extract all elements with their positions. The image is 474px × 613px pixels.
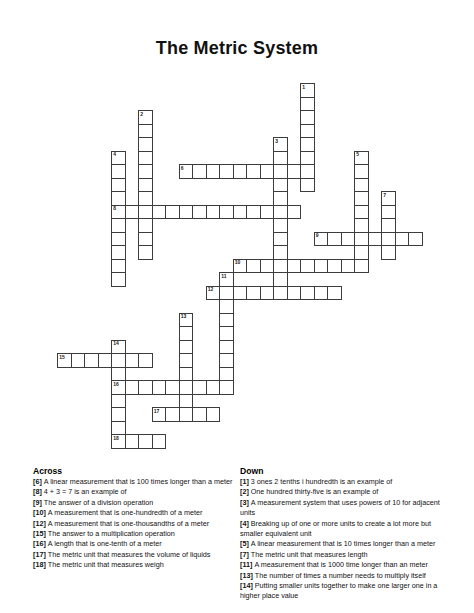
grid-cell[interactable] [219,164,234,179]
clue-item: [15] The answer to a multiplication oper… [33,529,234,539]
down-clues-column: Down [1] 3 ones 2 tenths i hundredth is … [240,466,447,602]
clue-item: [18] The metric unit that measures weigh [33,560,234,570]
clue-number: [15] [33,529,48,538]
grid-cell[interactable] [192,205,207,220]
grid-cell[interactable]: 3 [273,137,288,152]
clue-item: [8] 4 + 3 = 7 is an example of [33,487,234,497]
grid-cell[interactable] [300,137,315,152]
clue-number: [7] [240,550,251,559]
grid-cell[interactable] [287,205,302,220]
grid-cell[interactable]: 14 [111,340,126,355]
clue-number: [8] [33,487,44,496]
grid-cell[interactable] [354,232,369,247]
grid-cell[interactable] [192,380,207,395]
grid-cell[interactable]: 12 [206,286,221,301]
grid-cell[interactable] [98,353,113,368]
grid-cell[interactable] [111,191,126,206]
clue-number: [4] [240,519,251,528]
grid-cell[interactable] [327,232,342,247]
grid-cell[interactable] [84,353,99,368]
grid-cell[interactable]: 4 [111,151,126,166]
grid-cell[interactable] [138,178,153,193]
across-clues-column: Across [6] A linear measurement that is … [33,466,234,571]
grid-cell[interactable] [125,205,140,220]
clue-item: [10] A measurement that is one-hundredth… [33,508,234,518]
grid-cell[interactable] [111,367,126,382]
grid-cell[interactable] [341,259,356,274]
grid-cell[interactable] [219,367,234,382]
grid-cell[interactable] [381,218,396,233]
clue-text: A measurement that is one-hundredth of a… [48,508,203,517]
clue-number: [18] [33,560,48,569]
clue-text: Putting smaller units together to make o… [240,581,437,600]
grid-cell[interactable] [138,353,153,368]
grid-cell[interactable] [381,205,396,220]
grid-cell[interactable] [111,259,126,274]
clue-item: [13] The number of times a number needs … [240,571,447,581]
grid-cell[interactable] [287,164,302,179]
grid-cell[interactable] [138,380,153,395]
clue-number: [13] [240,571,255,580]
down-header: Down [240,466,447,477]
grid-cell[interactable] [219,313,234,328]
grid-cell[interactable] [165,205,180,220]
grid-cell[interactable] [354,191,369,206]
grid-cell[interactable] [179,353,194,368]
grid-cell[interactable] [354,245,369,260]
clue-number: [12] [33,519,48,528]
clue-text: A measurement system that uses powers of… [240,498,440,517]
grid-cell[interactable] [354,218,369,233]
grid-cell[interactable] [273,164,288,179]
grid-cell[interactable] [273,259,288,274]
grid-cell[interactable] [179,394,194,409]
cell-number: 16 [113,382,119,387]
grid-cell[interactable] [300,178,315,193]
grid-cell[interactable]: 16 [111,380,126,395]
cell-number: 1 [302,85,305,90]
clue-item: [6] A linear measurement that is 100 tim… [33,477,234,487]
grid-cell[interactable] [111,421,126,436]
grid-cell[interactable] [111,353,126,368]
clue-number: [14] [240,581,255,590]
grid-cell[interactable] [111,164,126,179]
grid-cell[interactable] [314,286,329,301]
cell-number: 12 [208,287,214,292]
across-clue-list: [6] A linear measurement that is 100 tim… [33,477,234,571]
grid-cell[interactable] [138,205,153,220]
clue-item: [11] A measurement that is 1000 time lon… [240,560,447,570]
clue-number: [10] [33,508,48,517]
clue-number: [16] [33,539,48,548]
clue-item: [9] The answer of a division operation [33,498,234,508]
grid-cell[interactable] [273,245,288,260]
grid-cell[interactable] [300,164,315,179]
grid-cell[interactable] [179,340,194,355]
cell-number: 18 [113,436,119,441]
grid-cell[interactable] [138,151,153,166]
down-clue-list: [1] 3 ones 2 tenths i hundredth is an ex… [240,477,447,602]
clue-text: The number of times a number needs to mu… [255,571,426,580]
cell-number: 5 [356,152,359,157]
grid-cell[interactable] [300,124,315,139]
clue-text: A length that is one-tenth of a meter [48,539,162,548]
cell-number: 3 [275,139,278,144]
clue-item: [2] One hundred thirty-five is an exampl… [240,487,447,497]
grid-cell[interactable] [395,232,410,247]
grid-cell[interactable] [179,367,194,382]
clue-number: [1] [240,477,251,486]
cell-number: 11 [221,274,226,279]
cell-number: 13 [181,314,187,319]
clue-number: [11] [240,560,254,569]
clue-item: [7] The metric unit that measures length [240,550,447,560]
grid-cell[interactable] [111,407,126,422]
grid-cell[interactable] [152,434,167,449]
grid-cell[interactable] [111,178,126,193]
grid-cell[interactable] [138,434,153,449]
grid-cell[interactable]: 13 [179,313,194,328]
grid-cell[interactable] [260,259,275,274]
grid-cell[interactable]: 2 [138,110,153,125]
grid-cell[interactable] [273,218,288,233]
grid-cell[interactable] [179,205,194,220]
grid-cell[interactable] [138,124,153,139]
grid-cell[interactable] [125,353,140,368]
grid-cell[interactable] [368,232,383,247]
cell-number: 15 [59,355,65,360]
grid-cell[interactable] [300,151,315,166]
crossword-grid: 123456789101112131415161718 [57,83,422,448]
grid-cell[interactable] [138,232,153,247]
clue-number: [9] [33,498,44,507]
grid-cell[interactable] [206,205,221,220]
grid-cell[interactable] [300,97,315,112]
grid-cell[interactable] [287,259,302,274]
grid-cell[interactable] [111,232,126,247]
clue-number: [6] [33,477,44,486]
clue-text: A linear measurement that is 100 times l… [44,477,233,486]
grid-cell[interactable] [219,380,234,395]
clue-text: Breaking up of one or more units to crea… [240,519,431,538]
clue-text: The answer to a multiplication operation [48,529,175,538]
grid-cell[interactable]: 7 [381,191,396,206]
grid-cell[interactable]: 6 [179,164,194,179]
grid-cell[interactable] [138,164,153,179]
grid-cell[interactable]: 15 [57,353,72,368]
clue-item: [4] Breaking up of one or more units to … [240,519,447,540]
grid-cell[interactable] [138,218,153,233]
grid-cell[interactable]: 1 [300,83,315,98]
clue-text: The answer of a division operation [44,498,153,507]
cell-number: 4 [113,152,116,157]
grid-cell[interactable] [354,205,369,220]
puzzle-title: The Metric System [0,38,474,59]
grid-cell[interactable] [179,380,194,395]
grid-cell[interactable] [192,164,207,179]
clue-text: A linear measurement that is 10 times lo… [251,539,436,548]
grid-cell[interactable] [246,164,261,179]
grid-cell[interactable] [138,191,153,206]
grid-cell[interactable] [138,137,153,152]
grid-cell[interactable] [408,232,423,247]
clue-text: The metric unit that measures length [251,550,368,559]
clue-number: [17] [33,550,48,559]
grid-cell[interactable] [233,164,248,179]
grid-cell[interactable] [206,407,221,422]
grid-cell[interactable] [260,286,275,301]
grid-cell[interactable] [314,259,329,274]
grid-cell[interactable]: 11 [219,272,234,287]
clue-text: A measurement that is 1000 time longer t… [254,560,427,569]
grid-cell[interactable] [354,164,369,179]
grid-cell[interactable]: 9 [314,232,329,247]
grid-cell[interactable]: 18 [111,434,126,449]
grid-cell[interactable] [71,353,86,368]
cell-number: 10 [235,260,241,265]
clue-number: [5] [240,539,251,548]
grid-cell[interactable] [354,259,369,274]
cell-number: 8 [113,206,116,211]
clue-item: [16] A length that is one-tenth of a met… [33,539,234,549]
grid-cell[interactable] [192,407,207,422]
grid-cell[interactable] [111,245,126,260]
grid-cell[interactable] [138,245,153,260]
clue-item: [1] 3 ones 2 tenths i hundredth is an ex… [240,477,447,487]
grid-cell[interactable] [125,380,140,395]
grid-cell[interactable] [165,407,180,422]
grid-cell[interactable]: 8 [111,205,126,220]
grid-cell[interactable] [111,394,126,409]
grid-cell[interactable] [246,286,261,301]
cell-number: 17 [154,409,160,414]
grid-cell[interactable] [152,380,167,395]
clue-text: The metric unit that measures weigh [48,560,164,569]
grid-cell[interactable] [300,110,315,125]
grid-cell[interactable] [219,286,234,301]
clue-item: [17] The metric unit that measures the v… [33,550,234,560]
clue-text: 4 + 3 = 7 is an example of [44,487,127,496]
grid-cell[interactable] [111,272,126,287]
grid-cell[interactable] [219,205,234,220]
grid-cell[interactable] [111,218,126,233]
grid-cell[interactable] [273,205,288,220]
grid-cell[interactable] [206,380,221,395]
grid-cell[interactable] [260,205,275,220]
clue-text: The metric unit that measures the volume… [48,550,211,559]
grid-cell[interactable] [219,340,234,355]
grid-cell[interactable] [233,205,248,220]
grid-cell[interactable] [219,353,234,368]
grid-cell[interactable] [273,178,288,193]
cell-number: 9 [316,233,319,238]
clue-item: [14] Putting smaller units together to m… [240,581,447,602]
grid-cell[interactable] [300,286,315,301]
grid-cell[interactable] [219,299,234,314]
grid-cell[interactable] [273,191,288,206]
grid-cell[interactable] [381,245,396,260]
grid-cell[interactable] [327,286,342,301]
grid-cell[interactable] [300,259,315,274]
grid-cell[interactable] [152,205,167,220]
clue-text: 3 ones 2 tenths i hundredth is an exampl… [251,477,392,486]
cell-number: 2 [140,112,143,117]
across-header: Across [33,466,234,477]
clue-text: A measurement that is one-thousandths of… [48,519,209,528]
grid-cell[interactable] [260,164,275,179]
grid-cell[interactable] [165,380,180,395]
grid-cell[interactable] [179,407,194,422]
grid-cell[interactable] [206,164,221,179]
grid-cell[interactable] [246,205,261,220]
grid-cell[interactable] [273,232,288,247]
clue-item: [12] A measurement that is one-thousandt… [33,519,234,529]
grid-cell[interactable] [219,326,234,341]
cell-number: 14 [113,341,119,346]
grid-cell[interactable] [273,272,288,287]
grid-cell[interactable] [246,259,261,274]
grid-cell[interactable] [287,286,302,301]
grid-cell[interactable] [341,232,356,247]
clue-text: One hundred thirty-five is an example of [251,487,378,496]
grid-cell[interactable]: 10 [233,259,248,274]
clue-item: [5] A linear measurement that is 10 time… [240,539,447,549]
grid-cell[interactable] [125,434,140,449]
clue-number: [3] [240,498,251,507]
grid-cell[interactable] [233,286,248,301]
grid-cell[interactable] [381,232,396,247]
cell-number: 6 [181,166,184,171]
grid-cell[interactable]: 17 [152,407,167,422]
grid-cell[interactable] [273,286,288,301]
clue-number: [2] [240,487,251,496]
grid-cell[interactable] [327,259,342,274]
clue-item: [3] A measurement system that uses power… [240,498,447,519]
grid-cell[interactable]: 5 [354,151,369,166]
cell-number: 7 [383,193,386,198]
grid-cell[interactable] [354,178,369,193]
grid-cell[interactable] [273,151,288,166]
grid-cell[interactable] [179,326,194,341]
